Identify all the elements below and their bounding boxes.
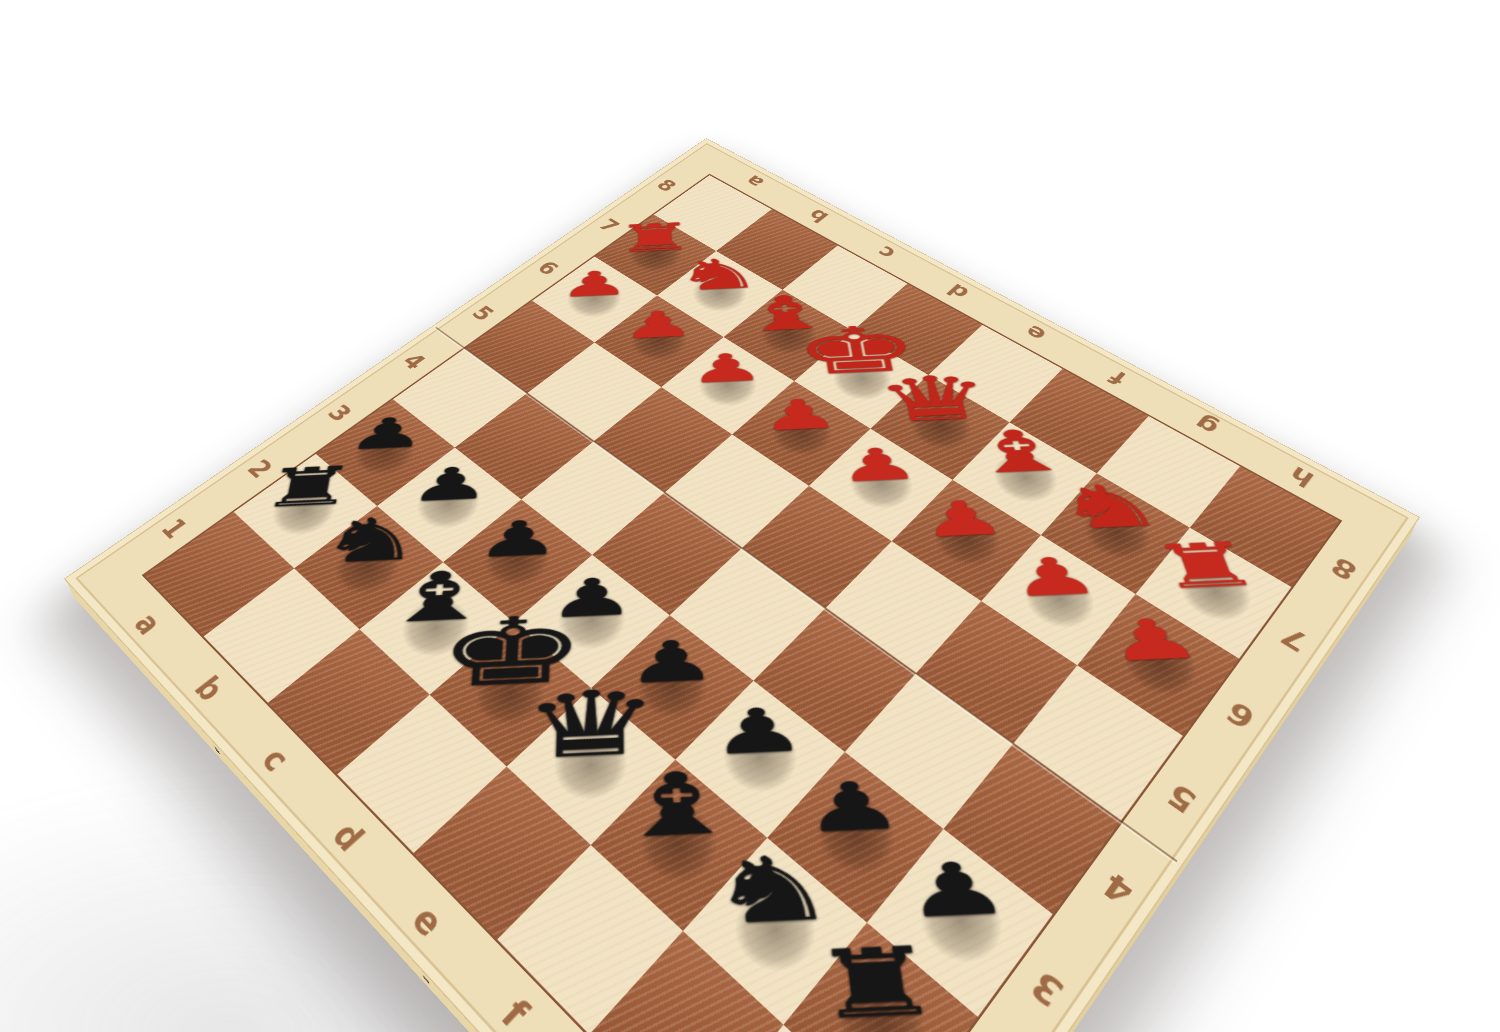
photo-scene: abcdefgh hgfedcba 87654321 12345678 ♜♞♝♚…	[0, 0, 1500, 1032]
square-f4	[754, 608, 916, 751]
square-g4	[845, 673, 1014, 829]
black-pawn-glyph: ♟	[345, 412, 429, 455]
red-knight-glyph: ♞	[1048, 477, 1170, 537]
square-f5	[825, 541, 980, 673]
red-pawn-glyph: ♟	[834, 442, 923, 487]
red-pawn-glyph: ♟	[688, 348, 767, 388]
hinge-screw	[422, 974, 429, 984]
red-pawn-glyph: ♟	[559, 266, 630, 301]
pieces-layer: ♜♞♝♚♛♝♞♜♟♟♟♟♟♟♟♟♜♞♝♚♛♝♞♜♟♟♟♟♟♟♟♟	[706, 139, 1418, 518]
square-e2	[506, 688, 675, 845]
square-h4	[944, 744, 1121, 914]
red-pawn-glyph: ♟	[916, 494, 1010, 543]
square-h1	[691, 1025, 896, 1032]
hinge-screw	[214, 745, 220, 754]
square-f2	[590, 759, 767, 931]
square-g3	[767, 751, 944, 922]
black-pawn-glyph: ♟	[407, 461, 492, 507]
red-pawn-glyph: ♟	[622, 306, 696, 343]
red-pawn-glyph: ♟	[758, 393, 841, 435]
square-h2	[784, 922, 979, 1032]
square-e3	[592, 615, 754, 759]
square-g1	[589, 931, 784, 1032]
red-bishop-glyph: ♝	[959, 423, 1079, 482]
black-rook-glyph: ♜	[255, 460, 360, 514]
square-d2	[430, 622, 592, 767]
square-e4	[670, 548, 825, 680]
square-g5	[915, 601, 1077, 744]
square-f3	[676, 680, 845, 837]
square-g2	[682, 837, 867, 1025]
